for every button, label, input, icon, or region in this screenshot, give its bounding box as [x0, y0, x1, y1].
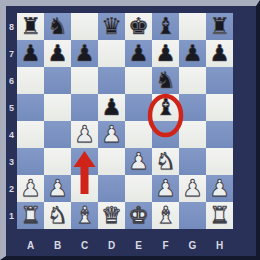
file-label-h: H — [206, 238, 233, 252]
square-a6[interactable] — [17, 67, 44, 94]
piece-white-pawn: ♟ — [74, 121, 95, 148]
piece-white-knight: ♞ — [47, 202, 68, 229]
square-d4[interactable]: ♟ — [98, 121, 125, 148]
square-h5[interactable] — [206, 94, 233, 121]
piece-black-rook: ♜ — [20, 13, 41, 40]
square-a8[interactable]: ♜ — [17, 13, 44, 40]
piece-white-queen: ♛ — [101, 202, 122, 229]
piece-black-knight: ♞ — [47, 13, 68, 40]
square-g6[interactable] — [179, 67, 206, 94]
piece-white-rook: ♜ — [209, 202, 230, 229]
square-d5[interactable]: ♟ — [98, 94, 125, 121]
square-d7[interactable] — [98, 40, 125, 67]
piece-black-knight: ♞ — [155, 67, 176, 94]
square-c1[interactable]: ♝ — [71, 202, 98, 229]
square-e2[interactable] — [125, 175, 152, 202]
square-f1[interactable]: ♝ — [152, 202, 179, 229]
piece-black-pawn: ♟ — [209, 40, 230, 67]
file-label-f: F — [152, 238, 179, 252]
rank-labels: 87654321 — [6, 13, 17, 229]
square-c3[interactable] — [71, 148, 98, 175]
file-label-g: G — [179, 238, 206, 252]
piece-black-bishop: ♝ — [155, 94, 176, 121]
square-e7[interactable]: ♟ — [125, 40, 152, 67]
square-b4[interactable] — [44, 121, 71, 148]
piece-white-pawn: ♟ — [128, 148, 149, 175]
piece-black-pawn: ♟ — [20, 40, 41, 67]
piece-white-pawn: ♟ — [209, 175, 230, 202]
square-b2[interactable]: ♟ — [44, 175, 71, 202]
square-g3[interactable] — [179, 148, 206, 175]
piece-white-pawn: ♟ — [47, 175, 68, 202]
file-labels: ABCDEFGH — [17, 238, 233, 252]
square-d3[interactable] — [98, 148, 125, 175]
file-label-c: C — [71, 238, 98, 252]
square-c4[interactable]: ♟ — [71, 121, 98, 148]
square-b3[interactable] — [44, 148, 71, 175]
square-g2[interactable]: ♟ — [179, 175, 206, 202]
piece-white-pawn: ♟ — [101, 121, 122, 148]
rank-label-8: 8 — [6, 13, 17, 40]
piece-white-pawn: ♟ — [20, 175, 41, 202]
file-label-d: D — [98, 238, 125, 252]
piece-black-pawn: ♟ — [128, 40, 149, 67]
rank-label-4: 4 — [6, 121, 17, 148]
square-f4[interactable] — [152, 121, 179, 148]
square-g1[interactable] — [179, 202, 206, 229]
square-f6[interactable]: ♞ — [152, 67, 179, 94]
square-a2[interactable]: ♟ — [17, 175, 44, 202]
rank-label-2: 2 — [6, 175, 17, 202]
rank-label-3: 3 — [6, 148, 17, 175]
square-e1[interactable]: ♚ — [125, 202, 152, 229]
square-c6[interactable] — [71, 67, 98, 94]
square-g8[interactable] — [179, 13, 206, 40]
square-b8[interactable]: ♞ — [44, 13, 71, 40]
square-c5[interactable] — [71, 94, 98, 121]
square-b7[interactable]: ♟ — [44, 40, 71, 67]
square-a4[interactable] — [17, 121, 44, 148]
square-d1[interactable]: ♛ — [98, 202, 125, 229]
square-b6[interactable] — [44, 67, 71, 94]
file-label-b: B — [44, 238, 71, 252]
piece-white-bishop: ♝ — [74, 202, 95, 229]
square-h7[interactable]: ♟ — [206, 40, 233, 67]
rank-label-5: 5 — [6, 94, 17, 121]
square-g7[interactable]: ♟ — [179, 40, 206, 67]
square-f7[interactable]: ♟ — [152, 40, 179, 67]
piece-black-queen: ♛ — [101, 13, 122, 40]
square-d8[interactable]: ♛ — [98, 13, 125, 40]
square-e8[interactable]: ♚ — [125, 13, 152, 40]
piece-black-bishop: ♝ — [155, 13, 176, 40]
square-e6[interactable] — [125, 67, 152, 94]
piece-black-pawn: ♟ — [155, 40, 176, 67]
square-f2[interactable]: ♟ — [152, 175, 179, 202]
square-a7[interactable]: ♟ — [17, 40, 44, 67]
file-label-a: A — [17, 238, 44, 252]
square-c7[interactable]: ♟ — [71, 40, 98, 67]
piece-white-rook: ♜ — [20, 202, 41, 229]
piece-black-pawn: ♟ — [101, 94, 122, 121]
piece-white-bishop: ♝ — [155, 202, 176, 229]
square-a5[interactable] — [17, 94, 44, 121]
square-f8[interactable]: ♝ — [152, 13, 179, 40]
chess-board-widget: 87654321 ♜♞♛♚♝♜♟♟♟♟♟♟♟♞♟♝♟♟♟♞♟♟♟♟♟♜♞♝♛♚♝… — [0, 0, 260, 260]
piece-white-pawn: ♟ — [155, 175, 176, 202]
square-a3[interactable] — [17, 148, 44, 175]
square-e3[interactable]: ♟ — [125, 148, 152, 175]
piece-black-pawn: ♟ — [182, 40, 203, 67]
square-d2[interactable] — [98, 175, 125, 202]
square-a1[interactable]: ♜ — [17, 202, 44, 229]
square-e5[interactable] — [125, 94, 152, 121]
piece-white-knight: ♞ — [155, 148, 176, 175]
square-d6[interactable] — [98, 67, 125, 94]
rank-label-7: 7 — [6, 40, 17, 67]
piece-white-king: ♚ — [128, 202, 149, 229]
chess-board: ♜♞♛♚♝♜♟♟♟♟♟♟♟♞♟♝♟♟♟♞♟♟♟♟♟♜♞♝♛♚♝♜ — [17, 13, 233, 229]
square-f5[interactable]: ♝ — [152, 94, 179, 121]
square-b1[interactable]: ♞ — [44, 202, 71, 229]
piece-black-rook: ♜ — [209, 13, 230, 40]
square-h1[interactable]: ♜ — [206, 202, 233, 229]
square-e4[interactable] — [125, 121, 152, 148]
piece-black-pawn: ♟ — [74, 40, 95, 67]
file-label-e: E — [125, 238, 152, 252]
square-g4[interactable] — [179, 121, 206, 148]
square-h2[interactable]: ♟ — [206, 175, 233, 202]
square-c8[interactable] — [71, 13, 98, 40]
rank-label-6: 6 — [6, 67, 17, 94]
square-f3[interactable]: ♞ — [152, 148, 179, 175]
piece-black-pawn: ♟ — [47, 40, 68, 67]
piece-black-king: ♚ — [128, 13, 149, 40]
rank-label-1: 1 — [6, 202, 17, 229]
square-h6[interactable] — [206, 67, 233, 94]
square-h4[interactable] — [206, 121, 233, 148]
square-c2[interactable] — [71, 175, 98, 202]
square-b5[interactable] — [44, 94, 71, 121]
square-h8[interactable]: ♜ — [206, 13, 233, 40]
square-g5[interactable] — [179, 94, 206, 121]
piece-white-pawn: ♟ — [182, 175, 203, 202]
square-h3[interactable] — [206, 148, 233, 175]
